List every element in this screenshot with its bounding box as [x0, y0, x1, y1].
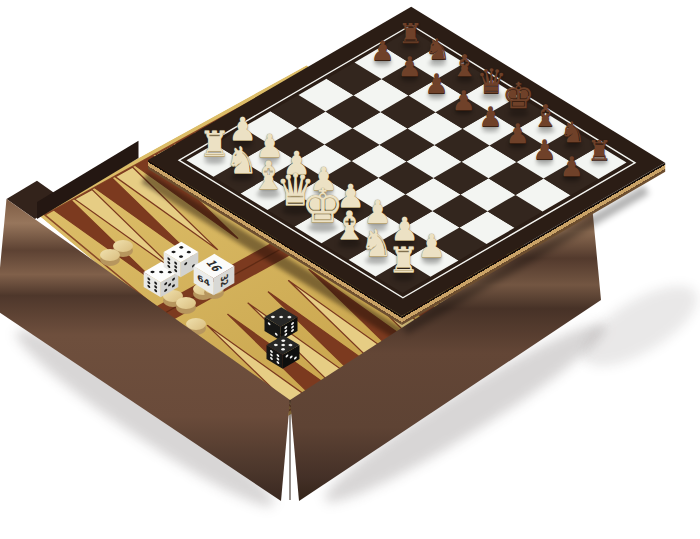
- white-rook[interactable]: ♜: [383, 243, 425, 278]
- black-rook[interactable]: ♜: [583, 137, 615, 164]
- black-pawn[interactable]: ♟: [555, 153, 587, 180]
- product-photo-scene: 643216: [0, 0, 700, 539]
